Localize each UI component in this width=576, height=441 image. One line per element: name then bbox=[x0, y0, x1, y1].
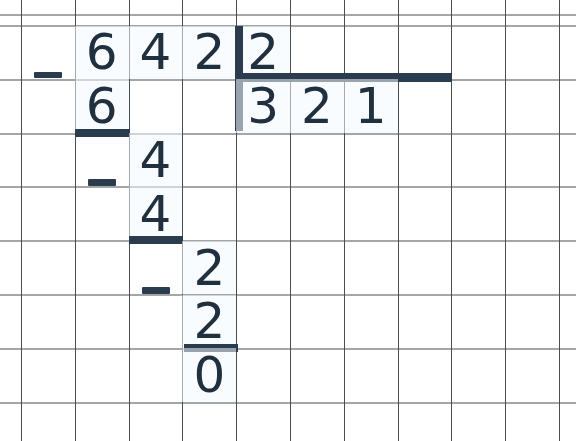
cell-step3-subtrahend: 2 bbox=[182, 295, 236, 349]
cell-step2-subtrahend: 4 bbox=[129, 187, 183, 241]
subtraction-underline-step1 bbox=[75, 129, 130, 137]
cell-step3-bringdown: 2 bbox=[182, 241, 236, 295]
cell-dividend-tens: 4 bbox=[129, 26, 183, 80]
cell-quotient-ones: 1 bbox=[344, 79, 398, 133]
minus-sign-step2 bbox=[88, 179, 116, 186]
cell-dividend-ones: 2 bbox=[182, 26, 236, 80]
cell-quotient-tens: 2 bbox=[290, 79, 344, 133]
subtraction-underline-step2 bbox=[129, 236, 184, 244]
cell-dividend-hundreds: 6 bbox=[75, 26, 129, 80]
cell-step1-subtrahend: 6 bbox=[75, 79, 129, 133]
cell-divisor: 2 bbox=[236, 26, 290, 80]
squared-paper-long-division-board: 6 4 2 2 6 3 2 1 4 4 2 2 0 bbox=[0, 0, 576, 441]
minus-sign-step1 bbox=[34, 72, 62, 79]
cell-remainder: 0 bbox=[182, 348, 236, 402]
cell-quotient-hundreds: 3 bbox=[236, 79, 290, 133]
cell-step2-bringdown: 4 bbox=[129, 133, 183, 187]
minus-sign-step3 bbox=[142, 287, 170, 294]
